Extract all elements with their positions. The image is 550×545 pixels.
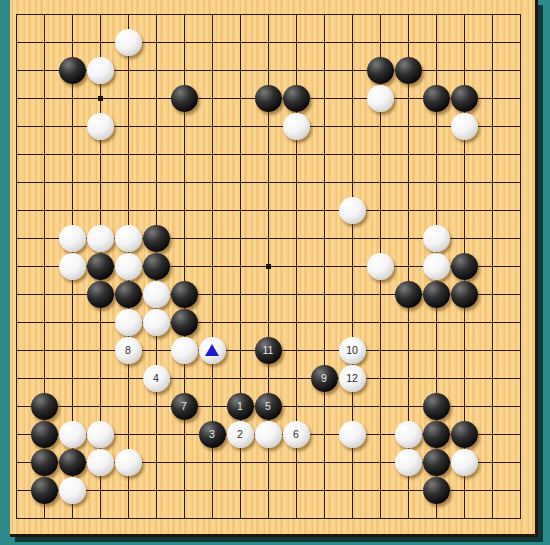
- triangle-marker: [205, 344, 219, 356]
- stone-black-move-1: 1: [227, 393, 254, 420]
- stone-white: [115, 29, 142, 56]
- stone-black: [171, 85, 198, 112]
- stone-black: [171, 281, 198, 308]
- stone-black-move-11: 11: [255, 337, 282, 364]
- stone-black: [451, 281, 478, 308]
- stone-black: [451, 253, 478, 280]
- stone-black: [59, 57, 86, 84]
- stone-black: [451, 421, 478, 448]
- stone-white: [87, 113, 114, 140]
- go-board[interactable]: 811104912715326: [10, 0, 538, 537]
- stone-black: [423, 477, 450, 504]
- stone-white-move-2: 2: [227, 421, 254, 448]
- stone-white: [59, 421, 86, 448]
- stone-white: [59, 253, 86, 280]
- stone-black: [31, 449, 58, 476]
- stone-black: [87, 281, 114, 308]
- go-board-window: 811104912715326: [0, 0, 550, 545]
- stone-white: [87, 421, 114, 448]
- stone-black: [423, 85, 450, 112]
- stone-white: [59, 225, 86, 252]
- stone-black: [423, 421, 450, 448]
- stone-white: [115, 309, 142, 336]
- stone-white: [395, 421, 422, 448]
- stone-black: [423, 449, 450, 476]
- move-number-label: 2: [237, 429, 243, 440]
- stone-white: [199, 337, 226, 364]
- stone-black: [31, 421, 58, 448]
- move-number-label: 9: [321, 373, 327, 384]
- stone-black-move-9: 9: [311, 365, 338, 392]
- stone-white: [115, 449, 142, 476]
- stone-black: [367, 57, 394, 84]
- move-number-label: 12: [346, 373, 358, 384]
- stone-white: [115, 253, 142, 280]
- stone-white: [87, 449, 114, 476]
- move-number-label: 6: [293, 429, 299, 440]
- stone-black: [143, 225, 170, 252]
- stone-white: [423, 225, 450, 252]
- stone-black: [59, 449, 86, 476]
- stone-white: [283, 113, 310, 140]
- stone-black: [143, 253, 170, 280]
- move-number-label: 10: [346, 345, 358, 356]
- stone-black: [395, 281, 422, 308]
- move-number-label: 3: [209, 429, 215, 440]
- stone-white: [395, 449, 422, 476]
- stone-black-move-7: 7: [171, 393, 198, 420]
- stone-white: [255, 421, 282, 448]
- stone-black-move-5: 5: [255, 393, 282, 420]
- stone-black: [115, 281, 142, 308]
- stone-white-move-6: 6: [283, 421, 310, 448]
- move-number-label: 5: [265, 401, 271, 412]
- stone-white: [367, 85, 394, 112]
- stone-white-move-8: 8: [115, 337, 142, 364]
- stone-white: [451, 113, 478, 140]
- stone-black: [283, 85, 310, 112]
- stone-black: [451, 85, 478, 112]
- move-number-label: 4: [153, 373, 159, 384]
- stones-grid: 811104912715326: [2, 0, 534, 532]
- stone-white-move-4: 4: [143, 365, 170, 392]
- stone-white-move-10: 10: [339, 337, 366, 364]
- stone-white: [115, 225, 142, 252]
- move-number-label: 7: [181, 401, 187, 412]
- stone-white: [87, 57, 114, 84]
- stone-white: [59, 477, 86, 504]
- stone-white: [423, 253, 450, 280]
- move-number-label: 11: [263, 345, 274, 356]
- stone-black: [31, 393, 58, 420]
- stone-white: [87, 225, 114, 252]
- stone-black: [255, 85, 282, 112]
- stone-white: [339, 421, 366, 448]
- stone-black: [87, 253, 114, 280]
- move-number-label: 1: [237, 401, 243, 412]
- move-number-label: 8: [125, 345, 131, 356]
- stone-white-move-12: 12: [339, 365, 366, 392]
- stone-black-move-3: 3: [199, 421, 226, 448]
- stone-black: [171, 309, 198, 336]
- stone-black: [395, 57, 422, 84]
- stone-black: [423, 281, 450, 308]
- stone-white: [367, 253, 394, 280]
- stone-white: [451, 449, 478, 476]
- stone-white: [339, 197, 366, 224]
- stone-black: [423, 393, 450, 420]
- stone-white: [171, 337, 198, 364]
- stone-black: [31, 477, 58, 504]
- stone-white: [143, 281, 170, 308]
- stone-white: [143, 309, 170, 336]
